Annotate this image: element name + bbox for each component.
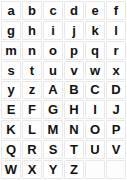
letter-cell-f[interactable]: f (106, 1, 126, 20)
letter-cell-y[interactable]: y (1, 81, 21, 100)
letter-cell-r[interactable]: r (106, 41, 126, 60)
letter-cell-a[interactable]: a (1, 1, 21, 20)
letter-cell-F[interactable]: F (22, 100, 42, 119)
letter-cell-O[interactable]: O (85, 120, 105, 139)
letter-cell-R[interactable]: R (22, 140, 42, 159)
letter-cell-W[interactable]: W (1, 160, 21, 179)
letter-cell-s[interactable]: s (1, 61, 21, 80)
letter-cell-h[interactable]: h (22, 21, 42, 40)
letter-cell-j[interactable]: j (64, 21, 84, 40)
letter-cell-P[interactable]: P (106, 120, 126, 139)
letter-cell-K[interactable]: K (1, 120, 21, 139)
letter-cell-e[interactable]: e (85, 1, 105, 20)
letter-cell-V[interactable]: V (106, 140, 126, 159)
letter-cell-l[interactable]: l (106, 21, 126, 40)
letter-cell-N[interactable]: N (64, 120, 84, 139)
letter-cell-n[interactable]: n (22, 41, 42, 60)
empty-cell (106, 160, 126, 179)
letter-cell-u[interactable]: u (43, 61, 63, 80)
letter-cell-J[interactable]: J (106, 100, 126, 119)
letter-cell-z[interactable]: z (22, 81, 42, 100)
letter-cell-Z[interactable]: Z (64, 160, 84, 179)
letter-cell-M[interactable]: M (43, 120, 63, 139)
letter-cell-x[interactable]: x (106, 61, 126, 80)
letter-cell-b[interactable]: b (22, 1, 42, 20)
letter-cell-T[interactable]: T (64, 140, 84, 159)
letter-cell-o[interactable]: o (43, 41, 63, 60)
letter-cell-D[interactable]: D (106, 81, 126, 100)
letter-cell-S[interactable]: S (43, 140, 63, 159)
letter-cell-i[interactable]: i (43, 21, 63, 40)
letter-cell-A[interactable]: A (43, 81, 63, 100)
letter-cell-I[interactable]: I (85, 100, 105, 119)
letter-cell-Y[interactable]: Y (43, 160, 63, 179)
letter-cell-q[interactable]: q (85, 41, 105, 60)
letter-cell-B[interactable]: B (64, 81, 84, 100)
letter-grid: abcdefghijklmnopqrstuvwxyzABCDEFGHIJKLMN… (0, 0, 127, 180)
letter-cell-C[interactable]: C (85, 81, 105, 100)
letter-cell-w[interactable]: w (85, 61, 105, 80)
letter-cell-G[interactable]: G (43, 100, 63, 119)
letter-cell-m[interactable]: m (1, 41, 21, 60)
letter-cell-d[interactable]: d (64, 1, 84, 20)
letter-cell-X[interactable]: X (22, 160, 42, 179)
letter-cell-E[interactable]: E (1, 100, 21, 119)
letter-cell-H[interactable]: H (64, 100, 84, 119)
letter-cell-v[interactable]: v (64, 61, 84, 80)
letter-cell-t[interactable]: t (22, 61, 42, 80)
letter-cell-p[interactable]: p (64, 41, 84, 60)
letter-cell-U[interactable]: U (85, 140, 105, 159)
letter-cell-Q[interactable]: Q (1, 140, 21, 159)
letter-cell-L[interactable]: L (22, 120, 42, 139)
letter-cell-k[interactable]: k (85, 21, 105, 40)
letter-cell-g[interactable]: g (1, 21, 21, 40)
letter-board: abcdefghijklmnopqrstuvwxyzABCDEFGHIJKLMN… (0, 0, 127, 180)
empty-cell (85, 160, 105, 179)
letter-cell-c[interactable]: c (43, 1, 63, 20)
